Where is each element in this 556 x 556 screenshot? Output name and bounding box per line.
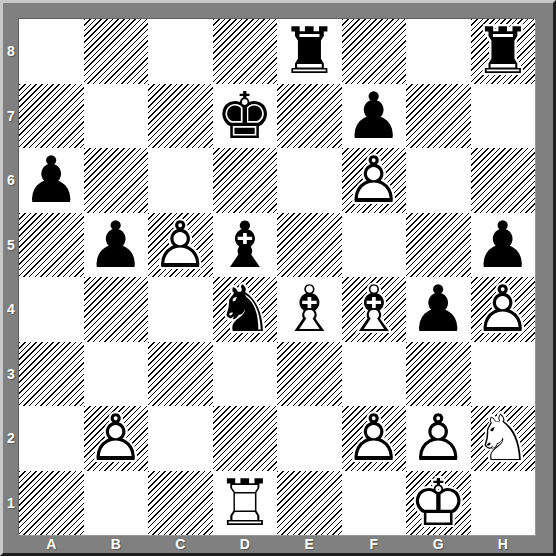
file-label-h: H (471, 535, 536, 553)
square-f7[interactable]: ♟♟ (342, 84, 407, 149)
file-label-c: C (148, 535, 213, 553)
square-d4[interactable]: ♞♞ (213, 277, 278, 342)
rank-label-6: 6 (3, 148, 19, 213)
square-a4[interactable] (19, 277, 84, 342)
piece-white-pawn: ♙ (148, 213, 213, 278)
square-f6[interactable]: ♟♙ (342, 148, 407, 213)
piece-black-rook: ♜ (471, 19, 536, 84)
rank-label-8: 8 (3, 19, 19, 84)
piece-black-pawn: ♟ (406, 277, 471, 342)
piece-white-king: ♔ (406, 471, 471, 536)
square-c8[interactable] (148, 19, 213, 84)
square-g5[interactable] (406, 213, 471, 278)
piece-black-pawn: ♟ (342, 84, 407, 149)
rank-label-4: 4 (3, 277, 19, 342)
rank-label-2: 2 (3, 406, 19, 471)
rank-label-1: 1 (3, 471, 19, 536)
square-b2[interactable]: ♟♙ (84, 406, 149, 471)
square-a8[interactable] (19, 19, 84, 84)
piece-white-bishop: ♗ (342, 277, 407, 342)
file-labels: A B C D E F G H (19, 535, 535, 553)
rank-labels: 8 7 6 5 4 3 2 1 (3, 19, 19, 535)
rank-label-5: 5 (3, 213, 19, 278)
square-a1[interactable] (19, 471, 84, 536)
square-d3[interactable] (213, 342, 278, 407)
piece-white-pawn: ♙ (342, 148, 407, 213)
square-a5[interactable] (19, 213, 84, 278)
square-d8[interactable] (213, 19, 278, 84)
piece-black-pawn: ♟ (471, 213, 536, 278)
square-d7[interactable]: ♚♚ (213, 84, 278, 149)
square-e3[interactable] (277, 342, 342, 407)
piece-black-king: ♚ (213, 84, 278, 149)
square-g7[interactable] (406, 84, 471, 149)
square-c4[interactable] (148, 277, 213, 342)
square-d1[interactable]: ♜♖ (213, 471, 278, 536)
square-h5[interactable]: ♟♟ (471, 213, 536, 278)
square-b3[interactable] (84, 342, 149, 407)
square-e8[interactable]: ♜♜ (277, 19, 342, 84)
square-e1[interactable] (277, 471, 342, 536)
piece-white-pawn: ♙ (84, 406, 149, 471)
square-e7[interactable] (277, 84, 342, 149)
square-f8[interactable] (342, 19, 407, 84)
chess-diagram-frame: 8 7 6 5 4 3 2 1 ♜♜♜♜♚♚♟♟♟♟♟♙♟♟♟♙♝♝♟♟♞♞♝♗… (0, 0, 556, 556)
square-b5[interactable]: ♟♟ (84, 213, 149, 278)
chess-board: ♜♜♜♜♚♚♟♟♟♟♟♙♟♟♟♙♝♝♟♟♞♞♝♗♝♗♟♟♟♙♟♙♟♙♟♙♞♘♜♖… (19, 19, 535, 535)
square-d6[interactable] (213, 148, 278, 213)
piece-black-pawn: ♟ (84, 213, 149, 278)
square-h1[interactable] (471, 471, 536, 536)
square-c7[interactable] (148, 84, 213, 149)
file-label-e: E (277, 535, 342, 553)
square-d5[interactable]: ♝♝ (213, 213, 278, 278)
square-h4[interactable]: ♟♙ (471, 277, 536, 342)
square-f2[interactable]: ♟♙ (342, 406, 407, 471)
square-h7[interactable] (471, 84, 536, 149)
square-f4[interactable]: ♝♗ (342, 277, 407, 342)
piece-white-pawn: ♙ (471, 277, 536, 342)
square-h2[interactable]: ♞♘ (471, 406, 536, 471)
piece-black-bishop: ♝ (213, 213, 278, 278)
square-e2[interactable] (277, 406, 342, 471)
square-e5[interactable] (277, 213, 342, 278)
square-c1[interactable] (148, 471, 213, 536)
file-label-f: F (342, 535, 407, 553)
piece-white-rook: ♖ (213, 471, 278, 536)
file-label-a: A (19, 535, 84, 553)
square-c6[interactable] (148, 148, 213, 213)
piece-white-pawn: ♙ (342, 406, 407, 471)
square-f3[interactable] (342, 342, 407, 407)
square-h8[interactable]: ♜♜ (471, 19, 536, 84)
square-b7[interactable] (84, 84, 149, 149)
square-g4[interactable]: ♟♟ (406, 277, 471, 342)
square-a7[interactable] (19, 84, 84, 149)
piece-white-bishop: ♗ (277, 277, 342, 342)
piece-black-pawn: ♟ (19, 148, 84, 213)
square-g2[interactable]: ♟♙ (406, 406, 471, 471)
file-label-b: B (84, 535, 149, 553)
square-g3[interactable] (406, 342, 471, 407)
square-b8[interactable] (84, 19, 149, 84)
piece-white-pawn: ♙ (406, 406, 471, 471)
piece-white-knight: ♘ (471, 406, 536, 471)
square-e6[interactable] (277, 148, 342, 213)
square-e4[interactable]: ♝♗ (277, 277, 342, 342)
square-c2[interactable] (148, 406, 213, 471)
square-a6[interactable]: ♟♟ (19, 148, 84, 213)
piece-black-rook: ♜ (277, 19, 342, 84)
square-c5[interactable]: ♟♙ (148, 213, 213, 278)
square-a2[interactable] (19, 406, 84, 471)
square-h6[interactable] (471, 148, 536, 213)
square-f5[interactable] (342, 213, 407, 278)
file-label-d: D (213, 535, 278, 553)
square-f1[interactable] (342, 471, 407, 536)
square-b4[interactable] (84, 277, 149, 342)
square-b1[interactable] (84, 471, 149, 536)
square-h3[interactable] (471, 342, 536, 407)
square-g1[interactable]: ♚♔ (406, 471, 471, 536)
square-b6[interactable] (84, 148, 149, 213)
square-g6[interactable] (406, 148, 471, 213)
square-c3[interactable] (148, 342, 213, 407)
rank-label-3: 3 (3, 342, 19, 407)
square-g8[interactable] (406, 19, 471, 84)
rank-label-7: 7 (3, 84, 19, 149)
piece-black-knight: ♞ (213, 277, 278, 342)
square-a3[interactable] (19, 342, 84, 407)
square-d2[interactable] (213, 406, 278, 471)
file-label-g: G (406, 535, 471, 553)
